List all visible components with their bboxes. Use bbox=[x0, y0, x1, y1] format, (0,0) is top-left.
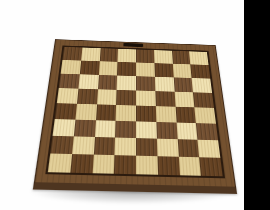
board-square bbox=[92, 155, 115, 174]
board-grid bbox=[48, 47, 223, 176]
board-square bbox=[198, 140, 221, 158]
right-black-bar bbox=[244, 0, 270, 210]
board-square bbox=[57, 88, 78, 104]
board-square bbox=[155, 77, 175, 92]
board-square bbox=[75, 104, 96, 120]
board-square bbox=[178, 157, 201, 176]
board-square bbox=[48, 153, 72, 172]
board-square bbox=[115, 138, 136, 156]
board-square bbox=[193, 92, 214, 108]
board-square bbox=[81, 48, 100, 62]
board-square bbox=[77, 89, 98, 105]
brand-plaque bbox=[123, 43, 143, 47]
board-square bbox=[78, 74, 98, 89]
board-square bbox=[93, 137, 115, 155]
product-photo bbox=[0, 0, 270, 210]
board-square bbox=[176, 123, 198, 140]
board-square bbox=[157, 139, 179, 157]
chess-board bbox=[46, 18, 226, 198]
board-square bbox=[70, 154, 93, 173]
board-square bbox=[117, 62, 136, 76]
board-square bbox=[177, 139, 199, 157]
board-square bbox=[136, 90, 156, 106]
board-square bbox=[114, 155, 136, 174]
board-square bbox=[98, 61, 117, 75]
board-square bbox=[136, 106, 156, 122]
board-square bbox=[116, 105, 136, 121]
board-square bbox=[62, 47, 82, 61]
board-square bbox=[61, 60, 81, 74]
board-square bbox=[80, 61, 100, 75]
board-square bbox=[154, 63, 173, 77]
board-square bbox=[172, 51, 191, 65]
board-square bbox=[196, 123, 218, 140]
board-square bbox=[190, 64, 210, 78]
board-square bbox=[115, 121, 136, 138]
board-square bbox=[172, 64, 191, 78]
board-square bbox=[94, 120, 115, 137]
board-frame bbox=[33, 39, 237, 194]
board-square bbox=[136, 49, 154, 63]
board-square bbox=[155, 91, 175, 107]
board-square bbox=[136, 156, 158, 175]
board-square bbox=[97, 89, 117, 105]
board-square bbox=[53, 119, 76, 136]
board-square bbox=[199, 157, 222, 176]
board-square bbox=[195, 107, 216, 123]
board-square bbox=[99, 48, 118, 62]
board-square bbox=[173, 77, 193, 92]
board-square bbox=[136, 138, 157, 156]
board-square bbox=[192, 78, 212, 93]
board-square bbox=[156, 106, 177, 122]
board-square bbox=[136, 76, 155, 91]
board-square bbox=[136, 121, 157, 138]
board-square bbox=[72, 136, 95, 154]
board-square bbox=[136, 62, 155, 76]
board-square bbox=[157, 156, 179, 175]
board-square bbox=[59, 74, 80, 89]
board-square bbox=[189, 51, 208, 65]
board-square bbox=[98, 75, 118, 90]
board-square bbox=[55, 103, 77, 119]
board-square bbox=[74, 120, 96, 137]
board-square bbox=[175, 107, 196, 123]
board-square bbox=[50, 136, 73, 154]
board-square bbox=[154, 50, 173, 64]
board-square bbox=[156, 122, 177, 139]
board-square bbox=[96, 104, 117, 120]
board-square bbox=[118, 49, 136, 63]
board-square bbox=[116, 90, 136, 106]
board-square bbox=[174, 92, 194, 108]
frame-inlay-line bbox=[45, 45, 225, 178]
board-square bbox=[117, 76, 136, 91]
